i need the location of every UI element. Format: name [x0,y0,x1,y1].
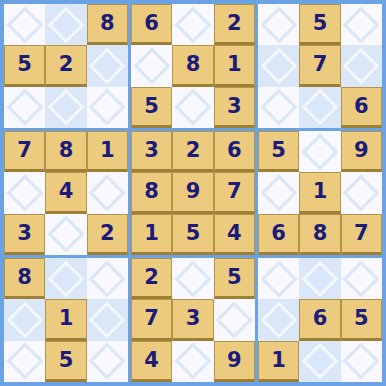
box-6: 591687 [258,131,382,255]
cell-r6c3: 2 [87,214,128,255]
cell-r5c5: 9 [172,172,213,213]
diamond-pattern-icon [343,6,380,43]
cell-r4c1: 7 [4,131,45,172]
given-digit: 4 [227,223,242,244]
cell-r9c4: 4 [131,341,172,382]
diamond-pattern-icon [260,48,297,85]
cell-r1c2[interactable] [45,4,86,45]
given-digit: 3 [144,140,159,161]
diamond-pattern-icon [216,302,253,339]
cell-r6c4: 1 [131,214,172,255]
diamond-pattern-icon [6,6,43,43]
diamond-pattern-icon [175,89,212,126]
given-digit: 8 [186,54,201,75]
cell-r3c9: 6 [341,87,382,128]
diamond-pattern-icon [260,302,297,339]
cell-r3c7[interactable] [258,87,299,128]
cell-r9c1[interactable] [4,341,45,382]
diamond-pattern-icon [89,260,126,297]
cell-r2c7[interactable] [258,45,299,86]
cell-r9c8[interactable] [299,341,340,382]
cell-r7c5[interactable] [172,258,213,299]
given-digit: 5 [59,350,74,371]
diamond-pattern-icon [302,89,339,126]
cell-r1c9[interactable] [341,4,382,45]
given-digit: 5 [313,13,328,34]
cell-r9c6: 9 [214,341,255,382]
cell-r8c6[interactable] [214,299,255,340]
given-digit: 9 [227,350,242,371]
given-digit: 2 [227,13,242,34]
cell-r5c3[interactable] [87,172,128,213]
given-digit: 8 [144,181,159,202]
cell-r1c6: 2 [214,4,255,45]
box-3: 576 [258,4,382,128]
diamond-pattern-icon [260,175,297,212]
cell-r2c8: 7 [299,45,340,86]
given-digit: 7 [17,140,32,161]
cell-r7c7[interactable] [258,258,299,299]
cell-r6c7: 6 [258,214,299,255]
diamond-pattern-icon [48,6,85,43]
diamond-pattern-icon [89,175,126,212]
cell-r6c1: 3 [4,214,45,255]
diamond-pattern-icon [260,260,297,297]
cell-r9c9[interactable] [341,341,382,382]
box-9: 651 [258,258,382,382]
given-digit: 3 [227,96,242,117]
cell-r3c5[interactable] [172,87,213,128]
cell-r4c3: 1 [87,131,128,172]
diamond-pattern-icon [343,343,380,380]
given-digit: 2 [144,267,159,288]
cell-r8c4: 7 [131,299,172,340]
given-digit: 6 [271,223,286,244]
diamond-pattern-icon [6,302,43,339]
diamond-pattern-icon [175,260,212,297]
cell-r5c8: 1 [299,172,340,213]
given-digit: 6 [227,140,242,161]
given-digit: 1 [271,350,286,371]
box-1: 852 [4,4,128,128]
diamond-pattern-icon [343,48,380,85]
diamond-pattern-icon [175,343,212,380]
cell-r1c7[interactable] [258,4,299,45]
given-digit: 2 [59,54,74,75]
cell-r6c6: 4 [214,214,255,255]
diamond-pattern-icon [89,302,126,339]
cell-r8c3[interactable] [87,299,128,340]
cell-r1c5[interactable] [172,4,213,45]
cell-r1c8: 5 [299,4,340,45]
diamond-pattern-icon [302,260,339,297]
given-digit: 8 [59,140,74,161]
diamond-pattern-icon [48,260,85,297]
cell-r6c8: 8 [299,214,340,255]
cell-r2c3[interactable] [87,45,128,86]
cell-r7c4: 2 [131,258,172,299]
given-digit: 6 [313,308,328,329]
cell-r2c6: 1 [214,45,255,86]
box-5: 326897154 [131,131,255,255]
cell-r5c7[interactable] [258,172,299,213]
given-digit: 3 [17,223,32,244]
given-digit: 5 [144,96,159,117]
given-digit: 4 [144,350,159,371]
given-digit: 8 [313,223,328,244]
given-digit: 2 [100,223,115,244]
cell-r7c6: 5 [214,258,255,299]
diamond-pattern-icon [6,343,43,380]
cell-r3c2[interactable] [45,87,86,128]
cell-r1c3: 8 [87,4,128,45]
sudoku-board: 8526281535767814323268971545916878152573… [0,0,386,386]
given-digit: 1 [227,54,242,75]
given-digit: 7 [354,223,369,244]
given-digit: 5 [354,308,369,329]
cell-r9c7: 1 [258,341,299,382]
diamond-pattern-icon [6,89,43,126]
cell-r9c2: 5 [45,341,86,382]
given-digit: 8 [100,13,115,34]
diamond-pattern-icon [89,343,126,380]
diamond-pattern-icon [133,48,170,85]
given-digit: 1 [100,140,115,161]
cell-r6c5: 5 [172,214,213,255]
cell-r9c5[interactable] [172,341,213,382]
diamond-pattern-icon [175,6,212,43]
cell-r3c6: 3 [214,87,255,128]
given-digit: 8 [17,267,32,288]
cell-r3c1[interactable] [4,87,45,128]
cell-r5c1[interactable] [4,172,45,213]
cell-r5c2: 4 [45,172,86,213]
cell-r4c7: 5 [258,131,299,172]
cell-r4c4: 3 [131,131,172,172]
cell-r8c2: 1 [45,299,86,340]
box-7: 815 [4,258,128,382]
diamond-pattern-icon [89,48,126,85]
diamond-pattern-icon [302,133,339,170]
diamond-pattern-icon [343,260,380,297]
cell-r5c9[interactable] [341,172,382,213]
box-8: 257349 [131,258,255,382]
cell-r7c3[interactable] [87,258,128,299]
given-digit: 6 [144,13,159,34]
cell-r9c3[interactable] [87,341,128,382]
cell-r8c7[interactable] [258,299,299,340]
cell-r3c4: 5 [131,87,172,128]
diamond-pattern-icon [260,89,297,126]
cell-r1c4: 6 [131,4,172,45]
diamond-pattern-icon [89,89,126,126]
cell-r4c2: 8 [45,131,86,172]
given-digit: 5 [227,267,242,288]
cell-r2c9[interactable] [341,45,382,86]
cell-r8c8: 6 [299,299,340,340]
given-digit: 1 [313,181,328,202]
cell-r5c4: 8 [131,172,172,213]
cell-r2c5: 8 [172,45,213,86]
given-digit: 7 [227,181,242,202]
box-2: 628153 [131,4,255,128]
cell-r6c9: 7 [341,214,382,255]
diamond-pattern-icon [343,175,380,212]
cell-r5c6: 7 [214,172,255,213]
given-digit: 7 [144,308,159,329]
cell-r7c2[interactable] [45,258,86,299]
given-digit: 6 [354,96,369,117]
cell-r4c6: 6 [214,131,255,172]
cell-r7c8[interactable] [299,258,340,299]
cell-r3c8[interactable] [299,87,340,128]
diamond-pattern-icon [48,89,85,126]
diamond-pattern-icon [6,175,43,212]
given-digit: 9 [354,140,369,161]
cell-r4c8[interactable] [299,131,340,172]
given-digit: 9 [186,181,201,202]
given-digit: 3 [186,308,201,329]
cell-r4c5: 2 [172,131,213,172]
sudoku-grid: 8526281535767814323268971545916878152573… [4,4,382,382]
diamond-pattern-icon [260,6,297,43]
given-digit: 4 [59,181,74,202]
cell-r3c3[interactable] [87,87,128,128]
given-digit: 5 [186,223,201,244]
cell-r6c2[interactable] [45,214,86,255]
cell-r8c9: 5 [341,299,382,340]
cell-r4c9: 9 [341,131,382,172]
diamond-pattern-icon [302,343,339,380]
cell-r7c1: 8 [4,258,45,299]
cell-r7c9[interactable] [341,258,382,299]
cell-r8c1[interactable] [4,299,45,340]
given-digit: 7 [313,54,328,75]
cell-r1c1[interactable] [4,4,45,45]
cell-r2c1: 5 [4,45,45,86]
cell-r2c2: 2 [45,45,86,86]
given-digit: 1 [144,223,159,244]
cell-r2c4[interactable] [131,45,172,86]
given-digit: 5 [17,54,32,75]
given-digit: 2 [186,140,201,161]
given-digit: 1 [59,308,74,329]
box-4: 781432 [4,131,128,255]
diamond-pattern-icon [48,216,85,253]
given-digit: 5 [271,140,286,161]
cell-r8c5: 3 [172,299,213,340]
